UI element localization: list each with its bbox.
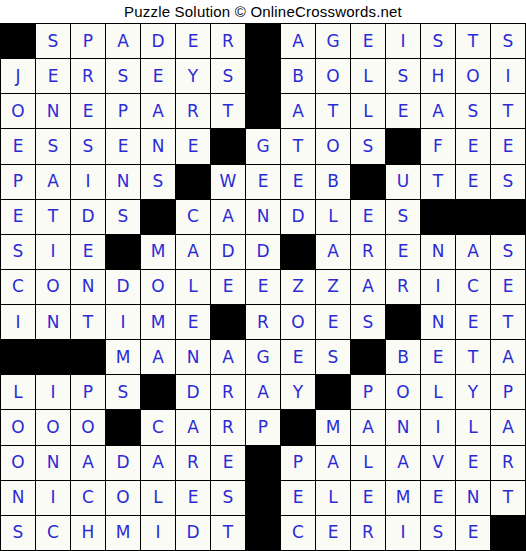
letter-cell-r4c6: E (176, 129, 210, 163)
letter-cell-r8c9: Z (281, 270, 315, 304)
block-cell-r6c13 (421, 200, 455, 234)
letter-cell-r10c8: G (246, 340, 280, 374)
letter-cell-r13c7: E (211, 446, 245, 480)
letter-cell-r12c3: O (71, 410, 105, 444)
letter-cell-r1c15: S (491, 24, 525, 58)
letter-cell-r12c5: C (141, 410, 175, 444)
letter-cell-r10c4: M (106, 340, 140, 374)
letter-cell-r9c14: E (456, 305, 490, 339)
letter-cell-r9c1: I (1, 305, 35, 339)
letter-cell-r15c14: E (456, 516, 490, 550)
letter-cell-r14c15: T (491, 481, 525, 515)
block-cell-r6c15 (491, 200, 525, 234)
letter-cell-r8c5: O (141, 270, 175, 304)
block-cell-r11c10 (316, 375, 350, 409)
letter-cell-r12c6: A (176, 410, 210, 444)
letter-cell-r6c10: L (316, 200, 350, 234)
letter-cell-r10c14: T (456, 340, 490, 374)
letter-cell-r9c10: E (316, 305, 350, 339)
letter-cell-r13c11: L (351, 446, 385, 480)
letter-cell-r12c14: L (456, 410, 490, 444)
block-cell-r15c15 (491, 516, 525, 550)
letter-cell-r11c9: Y (281, 375, 315, 409)
letter-cell-r5c1: P (1, 165, 35, 199)
block-cell-r5c6 (176, 165, 210, 199)
letter-cell-r13c9: P (281, 446, 315, 480)
letter-cell-r2c9: B (281, 59, 315, 93)
letter-cell-r1c13: S (421, 24, 455, 58)
letter-cell-r3c10: T (316, 94, 350, 128)
block-cell-r2c8 (246, 59, 280, 93)
letter-cell-r11c12: O (386, 375, 420, 409)
letter-cell-r12c15: A (491, 410, 525, 444)
letter-cell-r14c14: N (456, 481, 490, 515)
letter-cell-r9c9: O (281, 305, 315, 339)
block-cell-r15c8 (246, 516, 280, 550)
letter-cell-r15c3: H (71, 516, 105, 550)
letter-cell-r5c13: T (421, 165, 455, 199)
letter-cell-r8c2: O (36, 270, 70, 304)
letter-cell-r13c13: V (421, 446, 455, 480)
letter-cell-r7c14: A (456, 235, 490, 269)
letter-cell-r2c10: O (316, 59, 350, 93)
letter-cell-r5c4: N (106, 165, 140, 199)
block-cell-r4c12 (386, 129, 420, 163)
letter-cell-r12c8: P (246, 410, 280, 444)
letter-cell-r4c2: S (36, 129, 70, 163)
letter-cell-r2c14: O (456, 59, 490, 93)
letter-cell-r10c10: S (316, 340, 350, 374)
letter-cell-r7c8: D (246, 235, 280, 269)
letter-cell-r1c9: A (281, 24, 315, 58)
letter-cell-r14c7: S (211, 481, 245, 515)
letter-cell-r14c6: E (176, 481, 210, 515)
letter-cell-r1c12: I (386, 24, 420, 58)
letter-cell-r6c4: S (106, 200, 140, 234)
letter-cell-r7c11: R (351, 235, 385, 269)
letter-cell-r4c15: E (491, 129, 525, 163)
letter-cell-r3c12: E (386, 94, 420, 128)
letter-cell-r7c7: D (211, 235, 245, 269)
letter-cell-r13c14: E (456, 446, 490, 480)
letter-cell-r11c11: P (351, 375, 385, 409)
letter-cell-r9c6: E (176, 305, 210, 339)
letter-cell-r10c12: B (386, 340, 420, 374)
letter-cell-r7c10: A (316, 235, 350, 269)
letter-cell-r10c13: E (421, 340, 455, 374)
letter-cell-r15c6: D (176, 516, 210, 550)
letter-cell-r14c4: O (106, 481, 140, 515)
letter-cell-r15c11: R (351, 516, 385, 550)
letter-cell-r4c13: F (421, 129, 455, 163)
letter-cell-r9c8: R (246, 305, 280, 339)
letter-cell-r8c13: I (421, 270, 455, 304)
letter-cell-r15c4: M (106, 516, 140, 550)
letter-cell-r13c5: A (141, 446, 175, 480)
letter-cell-r7c6: A (176, 235, 210, 269)
letter-cell-r15c5: I (141, 516, 175, 550)
letter-cell-r12c2: O (36, 410, 70, 444)
letter-cell-r3c2: N (36, 94, 70, 128)
letter-cell-r3c7: T (211, 94, 245, 128)
letter-cell-r2c7: S (211, 59, 245, 93)
letter-cell-r6c3: D (71, 200, 105, 234)
block-cell-r1c8 (246, 24, 280, 58)
letter-cell-r4c14: E (456, 129, 490, 163)
letter-cell-r13c3: A (71, 446, 105, 480)
letter-cell-r8c14: C (456, 270, 490, 304)
letter-cell-r2c13: H (421, 59, 455, 93)
letter-cell-r5c10: B (316, 165, 350, 199)
block-cell-r1c1 (1, 24, 35, 58)
letter-cell-r9c2: N (36, 305, 70, 339)
letter-cell-r11c6: D (176, 375, 210, 409)
letter-cell-r12c11: A (351, 410, 385, 444)
letter-cell-r7c3: E (71, 235, 105, 269)
letter-cell-r4c3: S (71, 129, 105, 163)
letter-cell-r5c14: E (456, 165, 490, 199)
letter-cell-r13c4: D (106, 446, 140, 480)
letter-cell-r11c7: R (211, 375, 245, 409)
letter-cell-r2c4: S (106, 59, 140, 93)
letter-cell-r3c14: S (456, 94, 490, 128)
letter-cell-r5c5: S (141, 165, 175, 199)
letter-cell-r4c9: T (281, 129, 315, 163)
letter-cell-r9c15: T (491, 305, 525, 339)
letter-cell-r3c1: O (1, 94, 35, 128)
letter-cell-r14c13: E (421, 481, 455, 515)
block-cell-r6c14 (456, 200, 490, 234)
letter-cell-r2c11: L (351, 59, 385, 93)
block-cell-r10c2 (36, 340, 70, 374)
letter-cell-r1c3: P (71, 24, 105, 58)
letter-cell-r3c15: T (491, 94, 525, 128)
letter-cell-r5c2: A (36, 165, 70, 199)
letter-cell-r8c8: E (246, 270, 280, 304)
letter-cell-r15c7: T (211, 516, 245, 550)
title-bar: Puzzle Solution © OnlineCrosswords.net (0, 0, 526, 23)
block-cell-r5c11 (351, 165, 385, 199)
letter-cell-r1c10: G (316, 24, 350, 58)
block-cell-r4c7 (211, 129, 245, 163)
letter-cell-r12c7: R (211, 410, 245, 444)
block-cell-r11c5 (141, 375, 175, 409)
letter-cell-r13c10: A (316, 446, 350, 480)
letter-cell-r6c9: D (281, 200, 315, 234)
letter-cell-r14c3: C (71, 481, 105, 515)
letter-cell-r7c1: S (1, 235, 35, 269)
letter-cell-r15c9: C (281, 516, 315, 550)
letter-cell-r4c4: E (106, 129, 140, 163)
letter-cell-r4c8: G (246, 129, 280, 163)
letter-cell-r2c1: J (1, 59, 35, 93)
letter-cell-r15c1: S (1, 516, 35, 550)
letter-cell-r4c1: E (1, 129, 35, 163)
letter-cell-r15c2: C (36, 516, 70, 550)
letter-cell-r8c3: N (71, 270, 105, 304)
block-cell-r14c8 (246, 481, 280, 515)
block-cell-r9c7 (211, 305, 245, 339)
letter-cell-r11c4: S (106, 375, 140, 409)
letter-cell-r6c12: S (386, 200, 420, 234)
letter-cell-r6c2: T (36, 200, 70, 234)
letter-cell-r4c11: S (351, 129, 385, 163)
letter-cell-r1c2: S (36, 24, 70, 58)
letter-cell-r4c5: N (141, 129, 175, 163)
letter-cell-r1c4: A (106, 24, 140, 58)
letter-cell-r8c10: Z (316, 270, 350, 304)
block-cell-r10c11 (351, 340, 385, 374)
crossword-grid: SPADERAGEISTSJERSEYSBOLSHOIONEPARTATLEAS… (0, 23, 526, 551)
letter-cell-r2c15: I (491, 59, 525, 93)
letter-cell-r12c1: O (1, 410, 35, 444)
letter-cell-r4c10: O (316, 129, 350, 163)
letter-cell-r14c12: M (386, 481, 420, 515)
letter-cell-r3c4: P (106, 94, 140, 128)
letter-cell-r15c12: I (386, 516, 420, 550)
letter-cell-r10c9: E (281, 340, 315, 374)
letter-cell-r1c6: E (176, 24, 210, 58)
letter-cell-r6c8: N (246, 200, 280, 234)
letter-cell-r11c15: P (491, 375, 525, 409)
letter-cell-r7c13: N (421, 235, 455, 269)
letter-cell-r9c11: S (351, 305, 385, 339)
letter-cell-r5c7: W (211, 165, 245, 199)
letter-cell-r14c9: E (281, 481, 315, 515)
letter-cell-r9c4: I (106, 305, 140, 339)
block-cell-r12c9 (281, 410, 315, 444)
letter-cell-r8c6: L (176, 270, 210, 304)
letter-cell-r11c1: L (1, 375, 35, 409)
letter-cell-r9c5: M (141, 305, 175, 339)
block-cell-r6c5 (141, 200, 175, 234)
letter-cell-r11c13: L (421, 375, 455, 409)
block-cell-r12c4 (106, 410, 140, 444)
letter-cell-r15c10: E (316, 516, 350, 550)
block-cell-r3c8 (246, 94, 280, 128)
letter-cell-r12c12: N (386, 410, 420, 444)
letter-cell-r3c3: E (71, 94, 105, 128)
letter-cell-r3c6: R (176, 94, 210, 128)
letter-cell-r6c6: C (176, 200, 210, 234)
letter-cell-r10c7: A (211, 340, 245, 374)
letter-cell-r14c10: L (316, 481, 350, 515)
letter-cell-r2c2: E (36, 59, 70, 93)
letter-cell-r9c3: T (71, 305, 105, 339)
letter-cell-r13c2: N (36, 446, 70, 480)
letter-cell-r14c1: N (1, 481, 35, 515)
letter-cell-r14c2: I (36, 481, 70, 515)
letter-cell-r13c6: R (176, 446, 210, 480)
letter-cell-r15c13: S (421, 516, 455, 550)
block-cell-r9c12 (386, 305, 420, 339)
block-cell-r7c4 (106, 235, 140, 269)
letter-cell-r11c2: I (36, 375, 70, 409)
letter-cell-r8c7: E (211, 270, 245, 304)
block-cell-r10c1 (1, 340, 35, 374)
letter-cell-r3c13: A (421, 94, 455, 128)
block-cell-r7c9 (281, 235, 315, 269)
letter-cell-r2c6: Y (176, 59, 210, 93)
letter-cell-r1c7: R (211, 24, 245, 58)
letter-cell-r11c3: P (71, 375, 105, 409)
letter-cell-r1c5: D (141, 24, 175, 58)
puzzle-solution-page: Puzzle Solution © OnlineCrosswords.net S… (0, 0, 526, 551)
letter-cell-r6c7: A (211, 200, 245, 234)
letter-cell-r8c12: R (386, 270, 420, 304)
letter-cell-r12c10: M (316, 410, 350, 444)
letter-cell-r8c4: D (106, 270, 140, 304)
letter-cell-r3c9: A (281, 94, 315, 128)
block-cell-r13c8 (246, 446, 280, 480)
letter-cell-r12c13: I (421, 410, 455, 444)
letter-cell-r13c12: A (386, 446, 420, 480)
letter-cell-r8c1: C (1, 270, 35, 304)
letter-cell-r2c5: E (141, 59, 175, 93)
letter-cell-r8c15: E (491, 270, 525, 304)
letter-cell-r5c8: E (246, 165, 280, 199)
letter-cell-r7c12: E (386, 235, 420, 269)
letter-cell-r5c12: U (386, 165, 420, 199)
letter-cell-r3c5: A (141, 94, 175, 128)
letter-cell-r8c11: A (351, 270, 385, 304)
letter-cell-r7c2: I (36, 235, 70, 269)
letter-cell-r7c15: S (491, 235, 525, 269)
letter-cell-r7c5: M (141, 235, 175, 269)
block-cell-r10c3 (71, 340, 105, 374)
letter-cell-r11c8: A (246, 375, 280, 409)
letter-cell-r13c15: R (491, 446, 525, 480)
letter-cell-r1c14: T (456, 24, 490, 58)
letter-cell-r6c11: E (351, 200, 385, 234)
letter-cell-r1c11: E (351, 24, 385, 58)
letter-cell-r10c5: A (141, 340, 175, 374)
page-title: Puzzle Solution © OnlineCrosswords.net (124, 3, 402, 20)
letter-cell-r5c15: S (491, 165, 525, 199)
letter-cell-r10c6: N (176, 340, 210, 374)
letter-cell-r14c11: E (351, 481, 385, 515)
letter-cell-r5c3: I (71, 165, 105, 199)
letter-cell-r6c1: E (1, 200, 35, 234)
letter-cell-r9c13: N (421, 305, 455, 339)
letter-cell-r11c14: Y (456, 375, 490, 409)
letter-cell-r13c1: O (1, 446, 35, 480)
letter-cell-r3c11: L (351, 94, 385, 128)
letter-cell-r10c15: A (491, 340, 525, 374)
letter-cell-r2c3: R (71, 59, 105, 93)
letter-cell-r5c9: E (281, 165, 315, 199)
letter-cell-r2c12: S (386, 59, 420, 93)
letter-cell-r14c5: L (141, 481, 175, 515)
